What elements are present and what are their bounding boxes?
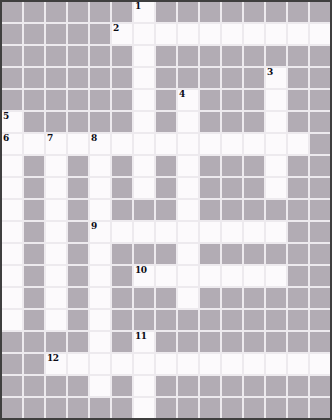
blocked-cell-r7-c10 (222, 156, 242, 176)
fill-cell-r1-c6[interactable] (134, 24, 154, 44)
fill-cell-r6-c8[interactable] (178, 134, 198, 154)
blocked-cell-r4-c2 (46, 90, 66, 110)
fill-cell-r13-c4[interactable] (90, 288, 110, 308)
blocked-cell-r3-c10 (222, 68, 242, 88)
fill-cell-r10-c8[interactable] (178, 222, 198, 242)
blocked-cell-r3-c9 (200, 68, 220, 88)
blocked-cell-r3-c1 (24, 68, 44, 88)
blocked-cell-r7-c9 (200, 156, 220, 176)
blocked-cell-r18-c2 (46, 398, 66, 418)
blocked-cell-r4-c3 (68, 90, 88, 110)
blocked-cell-r3-c14 (310, 68, 330, 88)
blocked-cell-r14-c10 (222, 310, 242, 330)
blocked-cell-r4-c1 (24, 90, 44, 110)
blocked-cell-r0-c12 (266, 2, 286, 22)
blocked-cell-r1-c4 (90, 24, 110, 44)
blocked-cell-r9-c3 (68, 200, 88, 220)
blocked-cell-r1-c1 (24, 24, 44, 44)
blocked-cell-r4-c0 (2, 90, 22, 110)
blocked-cell-r9-c6 (134, 200, 154, 220)
blocked-cell-r17-c13 (288, 376, 308, 396)
fill-cell-r9-c0[interactable] (2, 200, 22, 220)
blocked-cell-r9-c11 (244, 200, 264, 220)
blocked-cell-r3-c7 (156, 68, 176, 88)
blocked-cell-r0-c2 (46, 2, 66, 22)
fill-cell-r7-c12[interactable] (266, 156, 286, 176)
fill-cell-r3-c12[interactable]: 3 (266, 68, 286, 88)
clue-number-11: 11 (135, 331, 147, 342)
clue-number-3: 3 (267, 67, 273, 78)
blocked-cell-r5-c2 (46, 112, 66, 132)
blocked-cell-r11-c12 (266, 244, 286, 264)
fill-cell-r5-c8[interactable] (178, 112, 198, 132)
fill-cell-r16-c4[interactable] (90, 354, 110, 374)
blocked-cell-r11-c13 (288, 244, 308, 264)
blocked-cell-r5-c5 (112, 112, 132, 132)
blocked-cell-r17-c12 (266, 376, 286, 396)
blocked-cell-r4-c5 (112, 90, 132, 110)
blocked-cell-r2-c1 (24, 46, 44, 66)
blocked-cell-r11-c14 (310, 244, 330, 264)
blocked-cell-r9-c14 (310, 200, 330, 220)
fill-cell-r11-c8[interactable] (178, 244, 198, 264)
blocked-cell-r0-c5 (112, 2, 132, 22)
fill-cell-r11-c2[interactable] (46, 244, 66, 264)
fill-cell-r6-c9[interactable] (200, 134, 220, 154)
clue-number-6: 6 (3, 133, 9, 144)
blocked-cell-r5-c9 (200, 112, 220, 132)
fill-cell-r16-c13[interactable] (288, 354, 308, 374)
fill-cell-r6-c5[interactable] (112, 134, 132, 154)
fill-cell-r15-c4[interactable] (90, 332, 110, 352)
fill-cell-r7-c6[interactable] (134, 156, 154, 176)
blocked-cell-r3-c13 (288, 68, 308, 88)
blocked-cell-r17-c2 (46, 376, 66, 396)
blocked-cell-r17-c1 (24, 376, 44, 396)
blocked-cell-r5-c10 (222, 112, 242, 132)
blocked-cell-r15-c12 (266, 332, 286, 352)
blocked-cell-r13-c10 (222, 288, 242, 308)
blocked-cell-r13-c9 (200, 288, 220, 308)
fill-cell-r16-c6[interactable] (134, 354, 154, 374)
blocked-cell-r3-c0 (2, 68, 22, 88)
clue-number-4: 4 (179, 89, 185, 100)
blocked-cell-r15-c7 (156, 332, 176, 352)
blocked-cell-r11-c10 (222, 244, 242, 264)
blocked-cell-r17-c8 (178, 376, 198, 396)
fill-cell-r16-c8[interactable] (178, 354, 198, 374)
fill-cell-r10-c0[interactable] (2, 222, 22, 242)
fill-cell-r8-c0[interactable] (2, 178, 22, 198)
blocked-cell-r2-c13 (288, 46, 308, 66)
blocked-cell-r0-c1 (24, 2, 44, 22)
blocked-cell-r2-c11 (244, 46, 264, 66)
fill-cell-r3-c6[interactable] (134, 68, 154, 88)
blocked-cell-r0-c3 (68, 2, 88, 22)
fill-cell-r6-c11[interactable] (244, 134, 264, 154)
blocked-cell-r14-c11 (244, 310, 264, 330)
blocked-cell-r3-c5 (112, 68, 132, 88)
blocked-cell-r4-c4 (90, 90, 110, 110)
blocked-cell-r11-c1 (24, 244, 44, 264)
fill-cell-r6-c13[interactable] (288, 134, 308, 154)
blocked-cell-r8-c10 (222, 178, 242, 198)
blocked-cell-r17-c5 (112, 376, 132, 396)
blocked-cell-r15-c1 (24, 332, 44, 352)
fill-cell-r14-c0[interactable] (2, 310, 22, 330)
blocked-cell-r18-c11 (244, 398, 264, 418)
blocked-cell-r14-c13 (288, 310, 308, 330)
fill-cell-r12-c2[interactable] (46, 266, 66, 286)
clue-number-10: 10 (135, 265, 147, 276)
fill-cell-r14-c4[interactable] (90, 310, 110, 330)
blocked-cell-r15-c8 (178, 332, 198, 352)
fill-cell-r18-c6[interactable] (134, 398, 154, 418)
fill-cell-r1-c11[interactable] (244, 24, 264, 44)
blocked-cell-r8-c1 (24, 178, 44, 198)
fill-cell-r14-c2[interactable] (46, 310, 66, 330)
blocked-cell-r7-c1 (24, 156, 44, 176)
blocked-cell-r12-c3 (68, 266, 88, 286)
blocked-cell-r13-c14 (310, 288, 330, 308)
blocked-cell-r10-c14 (310, 222, 330, 242)
blocked-cell-r15-c0 (2, 332, 22, 352)
clue-number-12: 12 (47, 353, 59, 364)
blocked-cell-r13-c3 (68, 288, 88, 308)
blocked-cell-r12-c14 (310, 266, 330, 286)
blocked-cell-r0-c7 (156, 2, 176, 22)
blocked-cell-r14-c14 (310, 310, 330, 330)
blocked-cell-r0-c10 (222, 2, 242, 22)
blocked-cell-r4-c11 (244, 90, 264, 110)
blocked-cell-r5-c7 (156, 112, 176, 132)
blocked-cell-r18-c3 (68, 398, 88, 418)
blocked-cell-r2-c12 (266, 46, 286, 66)
blocked-cell-r0-c4 (90, 2, 110, 22)
blocked-cell-r14-c5 (112, 310, 132, 330)
fill-cell-r6-c1[interactable] (24, 134, 44, 154)
fill-cell-r6-c7[interactable] (156, 134, 176, 154)
blocked-cell-r7-c13 (288, 156, 308, 176)
fill-cell-r6-c12[interactable] (266, 134, 286, 154)
fill-cell-r10-c10[interactable] (222, 222, 242, 242)
blocked-cell-r9-c5 (112, 200, 132, 220)
fill-cell-r1-c8[interactable] (178, 24, 198, 44)
blocked-cell-r17-c9 (200, 376, 220, 396)
fill-cell-r1-c13[interactable] (288, 24, 308, 44)
blocked-cell-r13-c1 (24, 288, 44, 308)
blocked-cell-r1-c2 (46, 24, 66, 44)
blocked-cell-r1-c0 (2, 24, 22, 44)
blocked-cell-r13-c6 (134, 288, 154, 308)
blocked-cell-r0-c8 (178, 2, 198, 22)
fill-cell-r15-c6[interactable]: 11 (134, 332, 154, 352)
fill-cell-r10-c9[interactable] (200, 222, 220, 242)
clue-number-2: 2 (113, 23, 119, 34)
blocked-cell-r18-c0 (2, 398, 22, 418)
blocked-cell-r7-c14 (310, 156, 330, 176)
blocked-cell-r4-c7 (156, 90, 176, 110)
fill-cell-r12-c12[interactable] (266, 266, 286, 286)
fill-cell-r9-c8[interactable] (178, 200, 198, 220)
blocked-cell-r14-c7 (156, 310, 176, 330)
fill-cell-r13-c0[interactable] (2, 288, 22, 308)
blocked-cell-r3-c8 (178, 68, 198, 88)
blocked-cell-r18-c14 (310, 398, 330, 418)
blocked-cell-r2-c10 (222, 46, 242, 66)
blocked-cell-r12-c1 (24, 266, 44, 286)
fill-cell-r16-c3[interactable] (68, 354, 88, 374)
blocked-cell-r12-c5 (112, 266, 132, 286)
fill-cell-r6-c0[interactable]: 6 (2, 134, 22, 154)
fill-cell-r1-c7[interactable] (156, 24, 176, 44)
fill-cell-r8-c4[interactable] (90, 178, 110, 198)
blocked-cell-r18-c7 (156, 398, 176, 418)
blocked-cell-r8-c11 (244, 178, 264, 198)
blocked-cell-r4-c9 (200, 90, 220, 110)
fill-cell-r10-c4[interactable]: 9 (90, 222, 110, 242)
fill-cell-r12-c9[interactable] (200, 266, 220, 286)
blocked-cell-r17-c0 (2, 376, 22, 396)
blocked-cell-r15-c5 (112, 332, 132, 352)
blocked-cell-r9-c12 (266, 200, 286, 220)
clue-number-1: 1 (135, 1, 141, 12)
blocked-cell-r8-c13 (288, 178, 308, 198)
blocked-cell-r18-c10 (222, 398, 242, 418)
blocked-cell-r17-c10 (222, 376, 242, 396)
blocked-cell-r2-c2 (46, 46, 66, 66)
fill-cell-r6-c10[interactable] (222, 134, 242, 154)
blocked-cell-r13-c5 (112, 288, 132, 308)
blocked-cell-r17-c3 (68, 376, 88, 396)
fill-cell-r0-c6[interactable]: 1 (134, 2, 154, 22)
blocked-cell-r3-c11 (244, 68, 264, 88)
blocked-cell-r0-c9 (200, 2, 220, 22)
blocked-cell-r2-c14 (310, 46, 330, 66)
blocked-cell-r11-c6 (134, 244, 154, 264)
fill-cell-r12-c10[interactable] (222, 266, 242, 286)
blocked-cell-r13-c12 (266, 288, 286, 308)
blocked-cell-r18-c9 (200, 398, 220, 418)
blocked-cell-r16-c0 (2, 354, 22, 374)
blocked-cell-r5-c3 (68, 112, 88, 132)
blocked-cell-r15-c14 (310, 332, 330, 352)
fill-cell-r1-c10[interactable] (222, 24, 242, 44)
fill-cell-r10-c12[interactable] (266, 222, 286, 242)
blocked-cell-r7-c7 (156, 156, 176, 176)
blocked-cell-r8-c14 (310, 178, 330, 198)
blocked-cell-r15-c13 (288, 332, 308, 352)
fill-cell-r6-c4[interactable]: 8 (90, 134, 110, 154)
blocked-cell-r0-c0 (2, 2, 22, 22)
blocked-cell-r18-c12 (266, 398, 286, 418)
blocked-cell-r10-c1 (24, 222, 44, 242)
blocked-cell-r9-c9 (200, 200, 220, 220)
fill-cell-r7-c4[interactable] (90, 156, 110, 176)
fill-cell-r5-c0[interactable]: 5 (2, 112, 22, 132)
fill-cell-r16-c14[interactable] (310, 354, 330, 374)
blocked-cell-r17-c7 (156, 376, 176, 396)
blocked-cell-r3-c4 (90, 68, 110, 88)
blocked-cell-r13-c11 (244, 288, 264, 308)
blocked-cell-r14-c12 (266, 310, 286, 330)
blocked-cell-r2-c8 (178, 46, 198, 66)
fill-cell-r5-c6[interactable] (134, 112, 154, 132)
fill-cell-r6-c3[interactable] (68, 134, 88, 154)
blocked-cell-r15-c10 (222, 332, 242, 352)
blocked-cell-r3-c2 (46, 68, 66, 88)
fill-cell-r17-c6[interactable] (134, 376, 154, 396)
blocked-cell-r9-c1 (24, 200, 44, 220)
blocked-cell-r18-c5 (112, 398, 132, 418)
blocked-cell-r2-c4 (90, 46, 110, 66)
clue-number-5: 5 (3, 111, 9, 122)
clue-number-8: 8 (91, 133, 97, 144)
blocked-cell-r11-c3 (68, 244, 88, 264)
blocked-cell-r16-c1 (24, 354, 44, 374)
fill-cell-r12-c7[interactable] (156, 266, 176, 286)
fill-cell-r10-c2[interactable] (46, 222, 66, 242)
blocked-cell-r11-c9 (200, 244, 220, 264)
fill-cell-r2-c6[interactable] (134, 46, 154, 66)
fill-cell-r1-c9[interactable] (200, 24, 220, 44)
blocked-cell-r17-c14 (310, 376, 330, 396)
blocked-cell-r8-c5 (112, 178, 132, 198)
fill-cell-r5-c12[interactable] (266, 112, 286, 132)
fill-cell-r4-c8[interactable]: 4 (178, 90, 198, 110)
fill-cell-r4-c6[interactable] (134, 90, 154, 110)
blocked-cell-r2-c5 (112, 46, 132, 66)
clue-number-7: 7 (47, 133, 53, 144)
fill-cell-r7-c8[interactable] (178, 156, 198, 176)
fill-cell-r1-c12[interactable] (266, 24, 286, 44)
blocked-cell-r2-c7 (156, 46, 176, 66)
blocked-cell-r12-c13 (288, 266, 308, 286)
fill-cell-r9-c2[interactable] (46, 200, 66, 220)
blocked-cell-r5-c1 (24, 112, 44, 132)
blocked-cell-r15-c11 (244, 332, 264, 352)
crossword-board: 123456789101112 (0, 0, 332, 420)
blocked-cell-r13-c13 (288, 288, 308, 308)
fill-cell-r6-c6[interactable] (134, 134, 154, 154)
blocked-cell-r5-c13 (288, 112, 308, 132)
blocked-cell-r9-c10 (222, 200, 242, 220)
fill-cell-r8-c12[interactable] (266, 178, 286, 198)
fill-cell-r10-c6[interactable] (134, 222, 154, 242)
blocked-cell-r4-c14 (310, 90, 330, 110)
blocked-cell-r5-c14 (310, 112, 330, 132)
fill-cell-r12-c8[interactable] (178, 266, 198, 286)
blocked-cell-r0-c11 (244, 2, 264, 22)
blocked-cell-r10-c3 (68, 222, 88, 242)
blocked-cell-r14-c1 (24, 310, 44, 330)
blocked-cell-r2-c3 (68, 46, 88, 66)
blocked-cell-r9-c7 (156, 200, 176, 220)
blocked-cell-r17-c11 (244, 376, 264, 396)
fill-cell-r16-c7[interactable] (156, 354, 176, 374)
blocked-cell-r18-c4 (90, 398, 110, 418)
fill-cell-r17-c4[interactable] (90, 376, 110, 396)
fill-cell-r16-c2[interactable]: 12 (46, 354, 66, 374)
fill-cell-r12-c0[interactable] (2, 266, 22, 286)
blocked-cell-r14-c3 (68, 310, 88, 330)
blocked-cell-r4-c10 (222, 90, 242, 110)
fill-cell-r12-c4[interactable] (90, 266, 110, 286)
fill-cell-r11-c4[interactable] (90, 244, 110, 264)
fill-cell-r16-c9[interactable] (200, 354, 220, 374)
fill-cell-r12-c6[interactable]: 10 (134, 266, 154, 286)
fill-cell-r13-c8[interactable] (178, 288, 198, 308)
blocked-cell-r6-c14 (310, 134, 330, 154)
blocked-cell-r18-c8 (178, 398, 198, 418)
fill-cell-r11-c0[interactable] (2, 244, 22, 264)
blocked-cell-r3-c3 (68, 68, 88, 88)
fill-cell-r7-c0[interactable] (2, 156, 22, 176)
fill-cell-r12-c11[interactable] (244, 266, 264, 286)
blocked-cell-r9-c13 (288, 200, 308, 220)
blocked-cell-r8-c7 (156, 178, 176, 198)
blocked-cell-r13-c7 (156, 288, 176, 308)
blocked-cell-r0-c14 (310, 2, 330, 22)
blocked-cell-r11-c7 (156, 244, 176, 264)
fill-cell-r10-c7[interactable] (156, 222, 176, 242)
blocked-cell-r14-c9 (200, 310, 220, 330)
blocked-cell-r2-c9 (200, 46, 220, 66)
fill-cell-r16-c10[interactable] (222, 354, 242, 374)
blocked-cell-r11-c5 (112, 244, 132, 264)
fill-cell-r13-c2[interactable] (46, 288, 66, 308)
fill-cell-r8-c8[interactable] (178, 178, 198, 198)
blocked-cell-r4-c13 (288, 90, 308, 110)
fill-cell-r10-c11[interactable] (244, 222, 264, 242)
blocked-cell-r7-c11 (244, 156, 264, 176)
fill-cell-r16-c11[interactable] (244, 354, 264, 374)
clue-number-9: 9 (91, 221, 97, 232)
fill-cell-r16-c5[interactable] (112, 354, 132, 374)
fill-cell-r8-c6[interactable] (134, 178, 154, 198)
blocked-cell-r8-c3 (68, 178, 88, 198)
blocked-cell-r10-c13 (288, 222, 308, 242)
blocked-cell-r5-c4 (90, 112, 110, 132)
blocked-cell-r8-c9 (200, 178, 220, 198)
fill-cell-r1-c5[interactable]: 2 (112, 24, 132, 44)
blocked-cell-r7-c5 (112, 156, 132, 176)
blocked-cell-r15-c3 (68, 332, 88, 352)
blocked-cell-r1-c3 (68, 24, 88, 44)
blocked-cell-r0-c13 (288, 2, 308, 22)
blocked-cell-r14-c6 (134, 310, 154, 330)
fill-cell-r16-c12[interactable] (266, 354, 286, 374)
blocked-cell-r18-c13 (288, 398, 308, 418)
blocked-cell-r15-c2 (46, 332, 66, 352)
fill-cell-r10-c5[interactable] (112, 222, 132, 242)
fill-cell-r6-c2[interactable]: 7 (46, 134, 66, 154)
blocked-cell-r14-c8 (178, 310, 198, 330)
blocked-cell-r7-c3 (68, 156, 88, 176)
blocked-cell-r2-c0 (2, 46, 22, 66)
fill-cell-r4-c12[interactable] (266, 90, 286, 110)
blocked-cell-r5-c11 (244, 112, 264, 132)
fill-cell-r9-c4[interactable] (90, 200, 110, 220)
blocked-cell-r18-c1 (24, 398, 44, 418)
fill-cell-r7-c2[interactable] (46, 156, 66, 176)
fill-cell-r8-c2[interactable] (46, 178, 66, 198)
blocked-cell-r15-c9 (200, 332, 220, 352)
fill-cell-r1-c14[interactable] (310, 24, 330, 44)
blocked-cell-r11-c11 (244, 244, 264, 264)
